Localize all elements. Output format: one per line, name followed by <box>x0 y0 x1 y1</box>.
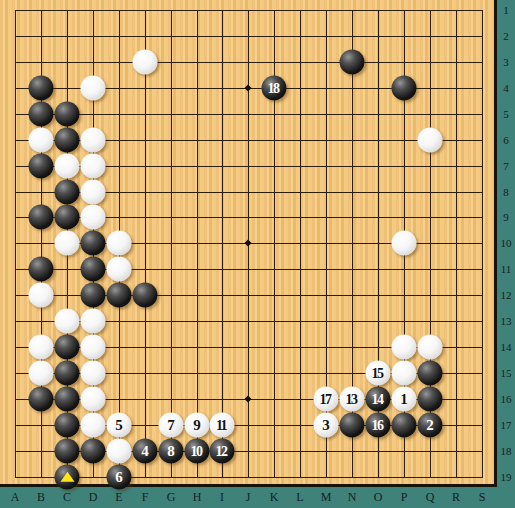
column-label-B: B <box>37 487 45 508</box>
column-label-M: M <box>321 487 332 508</box>
row-label-13: 13 <box>497 315 515 327</box>
stone-black-D11 <box>81 257 106 282</box>
move-number: 17 <box>320 392 331 406</box>
stone-white-E17-move-5: 5 <box>107 413 132 438</box>
stone-black-Q17-move-2: 2 <box>418 413 443 438</box>
stone-white-D15 <box>81 361 106 386</box>
stone-black-P17 <box>392 413 417 438</box>
move-number: 7 <box>167 418 175 433</box>
stone-white-M17-move-3: 3 <box>314 413 339 438</box>
row-label-8: 8 <box>497 186 515 198</box>
stone-black-D12 <box>81 283 106 308</box>
stone-black-O16-move-14: 14 <box>366 387 391 412</box>
go-diagram: 181517131415791131624810126 ABCDEFGHIJKL… <box>0 0 515 508</box>
row-label-7: 7 <box>497 160 515 172</box>
stone-black-C19 <box>55 465 80 490</box>
stone-white-B12 <box>29 283 54 308</box>
column-label-A: A <box>11 487 20 508</box>
stone-white-E10 <box>107 231 132 256</box>
row-label-4: 4 <box>497 82 515 94</box>
column-label-E: E <box>115 487 122 508</box>
grid-line-vertical <box>15 10 16 478</box>
stone-white-P10 <box>392 231 417 256</box>
stone-white-P14 <box>392 335 417 360</box>
star-point-J16 <box>244 395 251 402</box>
stone-white-B15 <box>29 361 54 386</box>
stone-white-D17 <box>81 413 106 438</box>
go-board[interactable]: 181517131415791131624810126 <box>0 0 497 487</box>
stone-white-C7 <box>55 154 80 179</box>
column-label-Q: Q <box>426 487 435 508</box>
stone-white-D16 <box>81 387 106 412</box>
move-number: 5 <box>115 418 123 433</box>
move-number: 2 <box>426 418 434 433</box>
stone-white-F3 <box>133 50 158 75</box>
grid-line-vertical <box>145 10 146 478</box>
stone-black-B16 <box>29 387 54 412</box>
move-number: 13 <box>346 392 357 406</box>
column-label-J: J <box>246 487 251 508</box>
stone-black-C6 <box>55 128 80 153</box>
stone-black-D10 <box>81 231 106 256</box>
stone-black-B9 <box>29 205 54 230</box>
column-label-R: R <box>452 487 460 508</box>
stone-white-D8 <box>81 180 106 205</box>
stone-black-D18 <box>81 439 106 464</box>
stone-black-Q15 <box>418 361 443 386</box>
column-label-I: I <box>220 487 224 508</box>
row-label-9: 9 <box>497 211 515 223</box>
stone-white-C10 <box>55 231 80 256</box>
stone-black-C18 <box>55 439 80 464</box>
stone-black-C14 <box>55 335 80 360</box>
move-number: 11 <box>216 418 226 432</box>
column-label-D: D <box>89 487 98 508</box>
stone-black-C17 <box>55 413 80 438</box>
stone-white-G17-move-7: 7 <box>159 413 184 438</box>
column-label-F: F <box>142 487 149 508</box>
column-label-L: L <box>296 487 303 508</box>
stone-white-Q6 <box>418 128 443 153</box>
row-label-11: 11 <box>497 263 515 275</box>
row-label-17: 17 <box>497 419 515 431</box>
column-label-G: G <box>167 487 176 508</box>
move-number: 16 <box>372 418 383 432</box>
row-label-10: 10 <box>497 237 515 249</box>
row-label-12: 12 <box>497 289 515 301</box>
stone-white-D6 <box>81 128 106 153</box>
stone-black-Q16 <box>418 387 443 412</box>
grid-line-vertical <box>197 10 198 478</box>
grid-line-horizontal <box>15 10 483 11</box>
column-label-H: H <box>193 487 202 508</box>
move-number: 10 <box>191 444 202 458</box>
move-number: 14 <box>372 392 383 406</box>
move-number: 12 <box>216 444 227 458</box>
row-label-2: 2 <box>497 30 515 42</box>
grid-line-horizontal <box>15 114 483 115</box>
stone-white-B6 <box>29 128 54 153</box>
star-point-J4 <box>244 84 251 91</box>
stone-white-D9 <box>81 205 106 230</box>
move-number: 15 <box>372 366 383 380</box>
row-label-1: 1 <box>497 4 515 16</box>
stone-black-C5 <box>55 102 80 127</box>
stone-black-E12 <box>107 283 132 308</box>
stone-white-Q14 <box>418 335 443 360</box>
stone-black-C16 <box>55 387 80 412</box>
stone-white-M16-move-17: 17 <box>314 387 339 412</box>
stone-white-N16-move-13: 13 <box>340 387 365 412</box>
move-number: 4 <box>141 444 149 459</box>
row-label-5: 5 <box>497 108 515 120</box>
move-number: 1 <box>400 392 408 407</box>
stone-black-O17-move-16: 16 <box>366 413 391 438</box>
stone-black-K4-move-18: 18 <box>262 76 287 101</box>
stone-white-E11 <box>107 257 132 282</box>
stone-black-C8 <box>55 180 80 205</box>
grid-line-horizontal <box>15 62 483 63</box>
stone-white-E18 <box>107 439 132 464</box>
grid-line-vertical <box>222 10 223 478</box>
stone-white-I17-move-11: 11 <box>210 413 235 438</box>
stone-black-F12 <box>133 283 158 308</box>
grid-line-vertical <box>482 10 483 478</box>
stone-white-D14 <box>81 335 106 360</box>
column-label-O: O <box>374 487 383 508</box>
row-label-18: 18 <box>497 445 515 457</box>
row-label-15: 15 <box>497 367 515 379</box>
stone-black-P4 <box>392 76 417 101</box>
stone-black-B5 <box>29 102 54 127</box>
grid-line-vertical <box>300 10 301 478</box>
stone-white-D7 <box>81 154 106 179</box>
grid-line-horizontal <box>15 36 483 37</box>
stone-white-C13 <box>55 309 80 334</box>
row-label-19: 19 <box>497 471 515 483</box>
stone-white-O15-move-15: 15 <box>366 361 391 386</box>
stone-black-B7 <box>29 154 54 179</box>
column-label-C: C <box>63 487 71 508</box>
row-label-6: 6 <box>497 134 515 146</box>
move-number: 18 <box>268 81 279 95</box>
column-label-P: P <box>401 487 408 508</box>
stone-black-B4 <box>29 76 54 101</box>
move-number: 6 <box>115 470 123 485</box>
stone-black-B11 <box>29 257 54 282</box>
grid-line-vertical <box>171 10 172 478</box>
column-label-S: S <box>479 487 486 508</box>
row-label-3: 3 <box>497 56 515 68</box>
move-number: 3 <box>322 418 330 433</box>
stone-white-B14 <box>29 335 54 360</box>
stone-black-G18-move-8: 8 <box>159 439 184 464</box>
stone-black-C9 <box>55 205 80 230</box>
row-label-16: 16 <box>497 393 515 405</box>
stone-white-H17-move-9: 9 <box>185 413 210 438</box>
stone-white-P16-move-1: 1 <box>392 387 417 412</box>
column-label-K: K <box>270 487 279 508</box>
stone-black-H18-move-10: 10 <box>185 439 210 464</box>
grid-line-vertical <box>456 10 457 478</box>
stone-white-P15 <box>392 361 417 386</box>
stone-black-E19-move-6: 6 <box>107 465 132 490</box>
column-label-N: N <box>348 487 357 508</box>
row-label-14: 14 <box>497 341 515 353</box>
triangle-marker-icon <box>60 471 74 481</box>
stone-black-N17 <box>340 413 365 438</box>
stone-black-N3 <box>340 50 365 75</box>
stone-white-D4 <box>81 76 106 101</box>
stone-black-F18-move-4: 4 <box>133 439 158 464</box>
grid-line-horizontal <box>15 477 483 478</box>
move-number: 8 <box>167 444 175 459</box>
stone-black-I18-move-12: 12 <box>210 439 235 464</box>
stone-white-D13 <box>81 309 106 334</box>
star-point-J10 <box>244 239 251 246</box>
move-number: 9 <box>193 418 201 433</box>
stone-black-C15 <box>55 361 80 386</box>
